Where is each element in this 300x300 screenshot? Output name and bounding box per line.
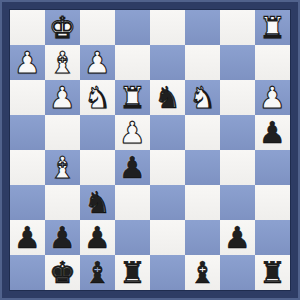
square-e3[interactable]: ♜ — [115, 80, 150, 115]
square-c3[interactable]: ♞ — [185, 80, 220, 115]
square-f2[interactable]: ♟ — [80, 45, 115, 80]
white-pawn-g3-icon[interactable]: ♟ — [49, 80, 76, 115]
square-h4[interactable] — [10, 115, 45, 150]
square-f3[interactable]: ♞ — [80, 80, 115, 115]
square-e1[interactable] — [115, 10, 150, 45]
white-king-g1-icon[interactable]: ♚ — [49, 10, 76, 45]
square-b5[interactable] — [220, 150, 255, 185]
square-a3[interactable]: ♟ — [255, 80, 290, 115]
black-king-g8-icon[interactable]: ♚ — [49, 255, 76, 290]
square-c5[interactable] — [185, 150, 220, 185]
white-pawn-f2-icon[interactable]: ♟ — [84, 45, 111, 80]
square-g6[interactable] — [45, 185, 80, 220]
chess-board-frame: ♚♜♟♝♟♟♞♜♞♞♟♟♟♝♟♞♟♟♟♟♚♝♜♝♜ — [0, 0, 300, 300]
square-c8[interactable]: ♝ — [185, 255, 220, 290]
square-h5[interactable] — [10, 150, 45, 185]
square-d3[interactable]: ♞ — [150, 80, 185, 115]
square-e6[interactable] — [115, 185, 150, 220]
white-pawn-e4-icon[interactable]: ♟ — [119, 115, 146, 150]
chess-board: ♚♜♟♝♟♟♞♜♞♞♟♟♟♝♟♞♟♟♟♟♚♝♜♝♜ — [10, 10, 290, 290]
square-b1[interactable] — [220, 10, 255, 45]
square-a7[interactable] — [255, 220, 290, 255]
square-d2[interactable] — [150, 45, 185, 80]
square-b3[interactable] — [220, 80, 255, 115]
black-pawn-h7-icon[interactable]: ♟ — [14, 220, 41, 255]
square-e5[interactable]: ♟ — [115, 150, 150, 185]
square-g2[interactable]: ♝ — [45, 45, 80, 80]
black-knight-d3-icon[interactable]: ♞ — [154, 80, 181, 115]
square-b8[interactable] — [220, 255, 255, 290]
square-g8[interactable]: ♚ — [45, 255, 80, 290]
square-a6[interactable] — [255, 185, 290, 220]
black-pawn-g7-icon[interactable]: ♟ — [49, 220, 76, 255]
square-a1[interactable]: ♜ — [255, 10, 290, 45]
square-d4[interactable] — [150, 115, 185, 150]
square-h7[interactable]: ♟ — [10, 220, 45, 255]
square-a4[interactable]: ♟ — [255, 115, 290, 150]
square-e4[interactable]: ♟ — [115, 115, 150, 150]
square-f1[interactable] — [80, 10, 115, 45]
square-a2[interactable] — [255, 45, 290, 80]
white-bishop-g5-icon[interactable]: ♝ — [49, 150, 76, 185]
square-f8[interactable]: ♝ — [80, 255, 115, 290]
square-d7[interactable] — [150, 220, 185, 255]
square-f6[interactable]: ♞ — [80, 185, 115, 220]
white-knight-c3-icon[interactable]: ♞ — [189, 80, 216, 115]
square-d8[interactable] — [150, 255, 185, 290]
square-g3[interactable]: ♟ — [45, 80, 80, 115]
square-g1[interactable]: ♚ — [45, 10, 80, 45]
white-knight-f3-icon[interactable]: ♞ — [84, 80, 111, 115]
square-b2[interactable] — [220, 45, 255, 80]
square-e7[interactable] — [115, 220, 150, 255]
square-h3[interactable] — [10, 80, 45, 115]
square-e8[interactable]: ♜ — [115, 255, 150, 290]
square-c7[interactable] — [185, 220, 220, 255]
square-g7[interactable]: ♟ — [45, 220, 80, 255]
black-pawn-b7-icon[interactable]: ♟ — [224, 220, 251, 255]
square-g4[interactable] — [45, 115, 80, 150]
square-f4[interactable] — [80, 115, 115, 150]
square-d1[interactable] — [150, 10, 185, 45]
square-b6[interactable] — [220, 185, 255, 220]
square-f5[interactable] — [80, 150, 115, 185]
white-pawn-h2-icon[interactable]: ♟ — [14, 45, 41, 80]
square-c4[interactable] — [185, 115, 220, 150]
square-c1[interactable] — [185, 10, 220, 45]
square-a5[interactable] — [255, 150, 290, 185]
white-pawn-a3-icon[interactable]: ♟ — [259, 80, 286, 115]
black-rook-a8-icon[interactable]: ♜ — [259, 255, 286, 290]
square-f7[interactable]: ♟ — [80, 220, 115, 255]
square-h8[interactable] — [10, 255, 45, 290]
square-a8[interactable]: ♜ — [255, 255, 290, 290]
square-b7[interactable]: ♟ — [220, 220, 255, 255]
black-rook-e8-icon[interactable]: ♜ — [119, 255, 146, 290]
black-bishop-c8-icon[interactable]: ♝ — [189, 255, 216, 290]
square-b4[interactable] — [220, 115, 255, 150]
square-h6[interactable] — [10, 185, 45, 220]
square-e2[interactable] — [115, 45, 150, 80]
square-g5[interactable]: ♝ — [45, 150, 80, 185]
square-c6[interactable] — [185, 185, 220, 220]
square-d5[interactable] — [150, 150, 185, 185]
white-bishop-g2-icon[interactable]: ♝ — [49, 45, 76, 80]
square-h1[interactable] — [10, 10, 45, 45]
black-pawn-f7-icon[interactable]: ♟ — [84, 220, 111, 255]
square-h2[interactable]: ♟ — [10, 45, 45, 80]
square-d6[interactable] — [150, 185, 185, 220]
white-rook-e3-icon[interactable]: ♜ — [119, 80, 146, 115]
black-pawn-e5-icon[interactable]: ♟ — [119, 150, 146, 185]
square-c2[interactable] — [185, 45, 220, 80]
black-pawn-a4-icon[interactable]: ♟ — [259, 115, 286, 150]
white-rook-a1-icon[interactable]: ♜ — [259, 10, 286, 45]
black-knight-f6-icon[interactable]: ♞ — [84, 185, 111, 220]
black-bishop-f8-icon[interactable]: ♝ — [84, 255, 111, 290]
